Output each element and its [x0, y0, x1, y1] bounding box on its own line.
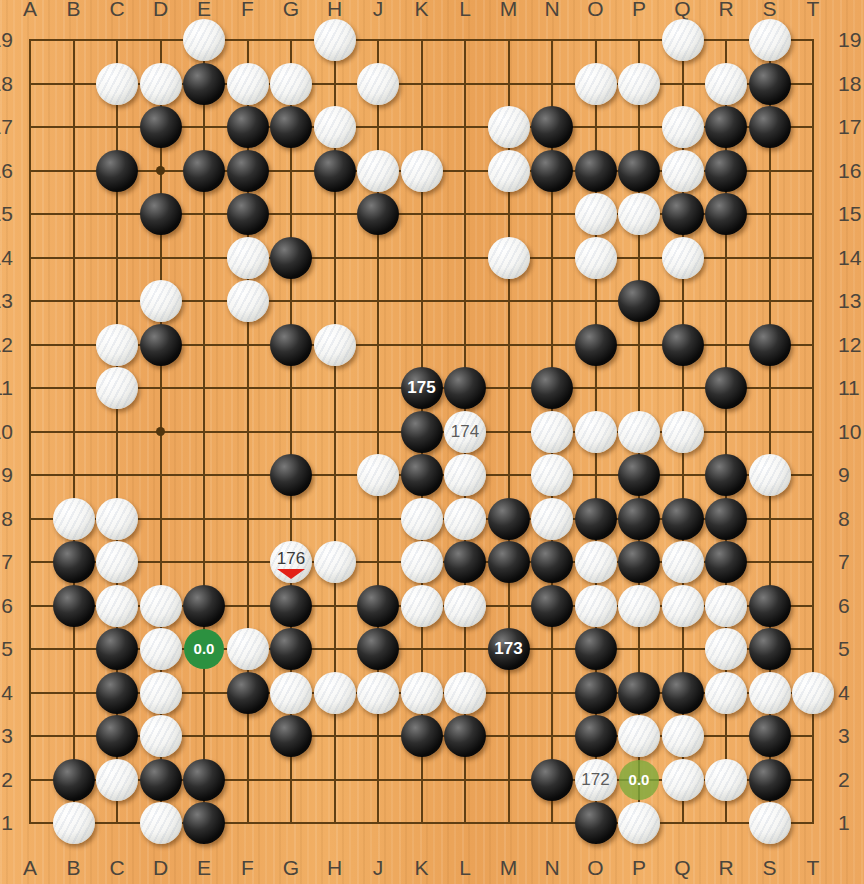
black-stone-E18 — [183, 63, 225, 105]
white-stone-S19 — [749, 19, 791, 61]
black-stone-O5 — [575, 628, 617, 670]
white-stone-Q16 — [662, 150, 704, 192]
row-label-left: 10 — [0, 420, 13, 444]
black-stone-O16 — [575, 150, 617, 192]
black-stone-D17 — [140, 106, 182, 148]
white-stone-Q6 — [662, 585, 704, 627]
white-stone-E19 — [183, 19, 225, 61]
column-label-top: M — [494, 0, 524, 21]
white-stone-J18 — [357, 63, 399, 105]
black-stone-L11 — [444, 367, 486, 409]
black-stone-G14 — [270, 237, 312, 279]
black-stone-H16 — [314, 150, 356, 192]
white-stone-C12 — [96, 324, 138, 366]
black-stone-O8 — [575, 498, 617, 540]
white-stone-N8 — [531, 498, 573, 540]
black-stone-S5 — [749, 628, 791, 670]
white-stone-H4 — [314, 672, 356, 714]
black-stone-J6 — [357, 585, 399, 627]
black-stone-G17 — [270, 106, 312, 148]
row-label-right: 14 — [838, 246, 864, 270]
black-stone-R16 — [705, 150, 747, 192]
black-stone-N17 — [531, 106, 573, 148]
black-stone-E16 — [183, 150, 225, 192]
white-stone-Q19 — [662, 19, 704, 61]
black-stone-R11 — [705, 367, 747, 409]
white-stone-R6 — [705, 585, 747, 627]
row-label-right: 11 — [838, 376, 864, 400]
column-label-top: C — [102, 0, 132, 21]
row-label-left: 7 — [0, 550, 13, 574]
white-stone-N10 — [531, 411, 573, 453]
white-stone-F18 — [227, 63, 269, 105]
white-stone-S4 — [749, 672, 791, 714]
column-label-bottom: B — [59, 856, 89, 880]
white-stone-R2 — [705, 759, 747, 801]
white-stone-N9 — [531, 454, 573, 496]
white-stone-F14 — [227, 237, 269, 279]
black-stone-S18 — [749, 63, 791, 105]
black-stone-F15 — [227, 193, 269, 235]
white-stone-R4 — [705, 672, 747, 714]
white-stone-Q7 — [662, 541, 704, 583]
column-label-top: R — [711, 0, 741, 21]
black-stone-R8 — [705, 498, 747, 540]
row-label-right: 10 — [838, 420, 864, 444]
black-stone-L3 — [444, 715, 486, 757]
row-label-left: 9 — [0, 463, 13, 487]
black-stone-P8 — [618, 498, 660, 540]
white-stone-G18 — [270, 63, 312, 105]
black-stone-E2 — [183, 759, 225, 801]
white-stone-O2 — [575, 759, 617, 801]
white-stone-D3 — [140, 715, 182, 757]
white-stone-Q2 — [662, 759, 704, 801]
column-label-bottom: F — [233, 856, 263, 880]
black-stone-N6 — [531, 585, 573, 627]
white-stone-H17 — [314, 106, 356, 148]
column-label-bottom: K — [407, 856, 437, 880]
row-label-left: 13 — [0, 289, 13, 313]
black-stone-J5 — [357, 628, 399, 670]
black-stone-S6 — [749, 585, 791, 627]
column-label-top: F — [233, 0, 263, 21]
black-stone-P9 — [618, 454, 660, 496]
white-stone-O7 — [575, 541, 617, 583]
red-triangle-marker-G7 — [277, 569, 305, 579]
column-label-top: H — [320, 0, 350, 21]
black-stone-B6 — [53, 585, 95, 627]
column-label-bottom: M — [494, 856, 524, 880]
star-point-D10 — [156, 427, 165, 436]
column-label-top: K — [407, 0, 437, 21]
white-stone-B8 — [53, 498, 95, 540]
row-label-right: 9 — [838, 463, 864, 487]
white-stone-P1 — [618, 802, 660, 844]
black-stone-O4 — [575, 672, 617, 714]
black-stone-F17 — [227, 106, 269, 148]
black-stone-J15 — [357, 193, 399, 235]
column-label-bottom: N — [537, 856, 567, 880]
column-label-bottom: G — [276, 856, 306, 880]
row-label-left: 18 — [0, 72, 13, 96]
white-stone-K8 — [401, 498, 443, 540]
suggestion-move-E5[interactable]: 0.0 — [184, 629, 224, 669]
white-stone-M17 — [488, 106, 530, 148]
white-stone-D4 — [140, 672, 182, 714]
black-stone-M5 — [488, 628, 530, 670]
black-stone-F16 — [227, 150, 269, 192]
white-stone-J9 — [357, 454, 399, 496]
black-stone-O3 — [575, 715, 617, 757]
white-stone-P15 — [618, 193, 660, 235]
black-stone-B2 — [53, 759, 95, 801]
white-stone-G4 — [270, 672, 312, 714]
white-stone-M16 — [488, 150, 530, 192]
white-stone-C8 — [96, 498, 138, 540]
white-stone-O14 — [575, 237, 617, 279]
row-label-right: 8 — [838, 507, 864, 531]
white-stone-R18 — [705, 63, 747, 105]
white-stone-L8 — [444, 498, 486, 540]
black-stone-R15 — [705, 193, 747, 235]
black-stone-R17 — [705, 106, 747, 148]
black-stone-S12 — [749, 324, 791, 366]
black-stone-R7 — [705, 541, 747, 583]
white-stone-P3 — [618, 715, 660, 757]
black-stone-Q8 — [662, 498, 704, 540]
column-label-bottom: R — [711, 856, 741, 880]
white-stone-C11 — [96, 367, 138, 409]
column-label-top: J — [363, 0, 393, 21]
column-label-bottom: D — [146, 856, 176, 880]
white-stone-O18 — [575, 63, 617, 105]
column-label-bottom: C — [102, 856, 132, 880]
white-stone-S9 — [749, 454, 791, 496]
black-stone-E6 — [183, 585, 225, 627]
black-stone-G3 — [270, 715, 312, 757]
black-stone-Q4 — [662, 672, 704, 714]
column-label-bottom: J — [363, 856, 393, 880]
white-stone-K4 — [401, 672, 443, 714]
column-label-bottom: L — [450, 856, 480, 880]
row-label-right: 12 — [838, 333, 864, 357]
white-stone-S1 — [749, 802, 791, 844]
column-label-top: O — [581, 0, 611, 21]
white-stone-K16 — [401, 150, 443, 192]
white-stone-Q14 — [662, 237, 704, 279]
row-label-left: 5 — [0, 637, 13, 661]
row-label-right: 15 — [838, 202, 864, 226]
black-stone-M7 — [488, 541, 530, 583]
black-stone-P13 — [618, 280, 660, 322]
black-stone-G6 — [270, 585, 312, 627]
white-stone-H12 — [314, 324, 356, 366]
white-stone-O10 — [575, 411, 617, 453]
white-stone-L9 — [444, 454, 486, 496]
white-stone-Q17 — [662, 106, 704, 148]
column-label-bottom: Q — [668, 856, 698, 880]
row-label-right: 17 — [838, 115, 864, 139]
black-stone-N7 — [531, 541, 573, 583]
go-board[interactable]: AABBCCDDEEFFGGHHJJKKLLMMNNOOPPQQRRSSTT19… — [0, 0, 864, 884]
row-label-left: 19 — [0, 28, 13, 52]
black-stone-E1 — [183, 802, 225, 844]
row-label-right: 19 — [838, 28, 864, 52]
row-label-right: 3 — [838, 724, 864, 748]
black-stone-O12 — [575, 324, 617, 366]
white-stone-Q10 — [662, 411, 704, 453]
white-stone-C6 — [96, 585, 138, 627]
black-stone-K11 — [401, 367, 443, 409]
white-stone-C7 — [96, 541, 138, 583]
row-label-left: 14 — [0, 246, 13, 270]
column-label-top: Q — [668, 0, 698, 21]
column-label-top: A — [15, 0, 45, 21]
white-stone-F5 — [227, 628, 269, 670]
black-stone-M8 — [488, 498, 530, 540]
white-stone-K7 — [401, 541, 443, 583]
black-stone-S17 — [749, 106, 791, 148]
column-label-bottom: E — [189, 856, 219, 880]
row-label-right: 1 — [838, 811, 864, 835]
column-label-top: E — [189, 0, 219, 21]
black-stone-C4 — [96, 672, 138, 714]
column-label-bottom: A — [15, 856, 45, 880]
row-label-left: 12 — [0, 333, 13, 357]
column-label-top: B — [59, 0, 89, 21]
star-point-D16 — [156, 166, 165, 175]
white-stone-M14 — [488, 237, 530, 279]
black-stone-S3 — [749, 715, 791, 757]
row-label-right: 13 — [838, 289, 864, 313]
white-stone-B1 — [53, 802, 95, 844]
white-stone-D6 — [140, 585, 182, 627]
row-label-left: 15 — [0, 202, 13, 226]
black-stone-C3 — [96, 715, 138, 757]
white-stone-D13 — [140, 280, 182, 322]
black-stone-K3 — [401, 715, 443, 757]
white-stone-L10 — [444, 411, 486, 453]
black-stone-C16 — [96, 150, 138, 192]
black-stone-Q15 — [662, 193, 704, 235]
white-stone-P10 — [618, 411, 660, 453]
black-stone-G5 — [270, 628, 312, 670]
row-label-left: 3 — [0, 724, 13, 748]
black-stone-G9 — [270, 454, 312, 496]
white-stone-K6 — [401, 585, 443, 627]
white-stone-O15 — [575, 193, 617, 235]
white-stone-H19 — [314, 19, 356, 61]
white-stone-F13 — [227, 280, 269, 322]
column-label-bottom: S — [755, 856, 785, 880]
column-label-bottom: H — [320, 856, 350, 880]
black-stone-B7 — [53, 541, 95, 583]
white-stone-D5 — [140, 628, 182, 670]
black-stone-N11 — [531, 367, 573, 409]
black-stone-Q12 — [662, 324, 704, 366]
black-stone-O1 — [575, 802, 617, 844]
column-label-top: D — [146, 0, 176, 21]
white-stone-J16 — [357, 150, 399, 192]
column-label-bottom: O — [581, 856, 611, 880]
column-label-top: P — [624, 0, 654, 21]
white-stone-Q3 — [662, 715, 704, 757]
column-label-top: N — [537, 0, 567, 21]
black-stone-G12 — [270, 324, 312, 366]
white-stone-C2 — [96, 759, 138, 801]
black-stone-K10 — [401, 411, 443, 453]
black-stone-C5 — [96, 628, 138, 670]
column-label-top: T — [798, 0, 828, 21]
row-label-left: 2 — [0, 768, 13, 792]
column-label-top: S — [755, 0, 785, 21]
row-label-left: 11 — [0, 376, 13, 400]
row-label-right: 4 — [838, 681, 864, 705]
white-stone-L6 — [444, 585, 486, 627]
white-stone-H7 — [314, 541, 356, 583]
row-label-right: 2 — [838, 768, 864, 792]
row-label-right: 5 — [838, 637, 864, 661]
column-label-top: L — [450, 0, 480, 21]
white-stone-C18 — [96, 63, 138, 105]
column-label-top: G — [276, 0, 306, 21]
suggestion-move-P2[interactable]: 0.0 — [619, 760, 659, 800]
column-label-bottom: P — [624, 856, 654, 880]
row-label-left: 16 — [0, 159, 13, 183]
black-stone-P16 — [618, 150, 660, 192]
black-stone-P7 — [618, 541, 660, 583]
black-stone-K9 — [401, 454, 443, 496]
white-stone-D18 — [140, 63, 182, 105]
row-label-left: 17 — [0, 115, 13, 139]
black-stone-P4 — [618, 672, 660, 714]
row-label-left: 8 — [0, 507, 13, 531]
white-stone-J4 — [357, 672, 399, 714]
row-label-left: 4 — [0, 681, 13, 705]
black-stone-D2 — [140, 759, 182, 801]
row-label-right: 6 — [838, 594, 864, 618]
row-label-left: 1 — [0, 811, 13, 835]
black-stone-D15 — [140, 193, 182, 235]
white-stone-P18 — [618, 63, 660, 105]
black-stone-N16 — [531, 150, 573, 192]
white-stone-O6 — [575, 585, 617, 627]
row-label-right: 16 — [838, 159, 864, 183]
row-label-right: 7 — [838, 550, 864, 574]
white-stone-D1 — [140, 802, 182, 844]
black-stone-L7 — [444, 541, 486, 583]
black-stone-D12 — [140, 324, 182, 366]
black-stone-R9 — [705, 454, 747, 496]
black-stone-N2 — [531, 759, 573, 801]
white-stone-P6 — [618, 585, 660, 627]
black-stone-S2 — [749, 759, 791, 801]
row-label-right: 18 — [838, 72, 864, 96]
white-stone-T4 — [792, 672, 834, 714]
black-stone-F4 — [227, 672, 269, 714]
white-stone-R5 — [705, 628, 747, 670]
white-stone-L4 — [444, 672, 486, 714]
column-label-bottom: T — [798, 856, 828, 880]
row-label-left: 6 — [0, 594, 13, 618]
